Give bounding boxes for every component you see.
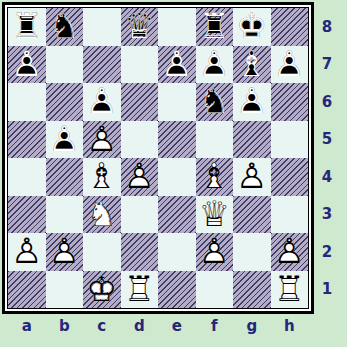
black-pawn-piece[interactable]: ♟♙ [8,46,46,84]
square-g4[interactable]: ♟♙ [233,158,271,196]
piece-outline-glyph: ♙ [46,233,84,271]
square-c6[interactable]: ♟♙ [83,83,121,121]
black-bishop-piece[interactable]: ♝♗ [233,46,271,84]
piece-outline-glyph: ♘ [196,83,234,121]
square-b3[interactable] [46,196,84,234]
square-f7[interactable]: ♟♙ [196,46,234,84]
white-rook-piece[interactable]: ♜♖ [271,271,309,309]
square-e4[interactable] [158,158,196,196]
piece-outline-glyph: ♙ [83,121,121,159]
square-b6[interactable] [46,83,84,121]
square-g5[interactable] [233,121,271,159]
rank-label-1: 1 [314,271,340,309]
square-a5[interactable] [8,121,46,159]
square-d2[interactable] [121,233,159,271]
square-f2[interactable]: ♟♙ [196,233,234,271]
chess-diagram: ♜♖♞♘♛♕♜♖♚♔♟♙♟♙♟♙♝♗♟♙♟♙♞♘♟♙♟♙♟♙♝♗♟♙♝♗♟♙♞♘… [0,0,347,347]
board-frame: ♜♖♞♘♛♕♜♖♚♔♟♙♟♙♟♙♝♗♟♙♟♙♞♘♟♙♟♙♟♙♝♗♟♙♝♗♟♙♞♘… [2,2,314,314]
black-rook-piece[interactable]: ♜♖ [8,8,46,46]
square-c8[interactable] [83,8,121,46]
square-h7[interactable]: ♟♙ [271,46,309,84]
piece-outline-glyph: ♙ [271,233,309,271]
file-label-d: d [121,312,159,340]
square-a4[interactable] [8,158,46,196]
rank-labels: 87654321 [314,8,340,308]
square-b4[interactable] [46,158,84,196]
piece-outline-glyph: ♔ [83,271,121,309]
piece-outline-glyph: ♕ [196,196,234,234]
square-h3[interactable] [271,196,309,234]
white-king-piece[interactable]: ♚♔ [83,271,121,309]
white-pawn-piece[interactable]: ♟♙ [196,233,234,271]
chess-board: ♜♖♞♘♛♕♜♖♚♔♟♙♟♙♟♙♝♗♟♙♟♙♞♘♟♙♟♙♟♙♝♗♟♙♝♗♟♙♞♘… [7,7,309,309]
black-knight-piece[interactable]: ♞♘ [196,83,234,121]
piece-outline-glyph: ♗ [233,46,271,84]
white-pawn-piece[interactable]: ♟♙ [8,233,46,271]
black-pawn-piece[interactable]: ♟♙ [46,121,84,159]
black-pawn-piece[interactable]: ♟♙ [196,46,234,84]
piece-outline-glyph: ♙ [83,83,121,121]
piece-outline-glyph: ♙ [233,158,271,196]
black-knight-piece[interactable]: ♞♘ [46,8,84,46]
square-h4[interactable] [271,158,309,196]
square-d3[interactable] [121,196,159,234]
white-rook-piece[interactable]: ♜♖ [121,271,159,309]
piece-outline-glyph: ♔ [233,8,271,46]
square-a8[interactable]: ♜♖ [8,8,46,46]
piece-outline-glyph: ♙ [8,46,46,84]
file-labels: abcdefgh [8,312,308,340]
square-f6[interactable]: ♞♘ [196,83,234,121]
square-g2[interactable] [233,233,271,271]
piece-outline-glyph: ♙ [158,46,196,84]
white-pawn-piece[interactable]: ♟♙ [121,158,159,196]
square-a1[interactable] [8,271,46,309]
file-label-a: a [8,312,46,340]
square-d5[interactable] [121,121,159,159]
rank-label-2: 2 [314,233,340,271]
square-g3[interactable] [233,196,271,234]
square-c4[interactable]: ♝♗ [83,158,121,196]
square-c2[interactable] [83,233,121,271]
piece-outline-glyph: ♖ [196,8,234,46]
square-h1[interactable]: ♜♖ [271,271,309,309]
piece-outline-glyph: ♙ [196,46,234,84]
piece-outline-glyph: ♙ [46,121,84,159]
square-g8[interactable]: ♚♔ [233,8,271,46]
piece-outline-glyph: ♖ [271,271,309,309]
piece-outline-glyph: ♙ [121,158,159,196]
square-d1[interactable]: ♜♖ [121,271,159,309]
square-e6[interactable] [158,83,196,121]
rank-label-4: 4 [314,158,340,196]
white-pawn-piece[interactable]: ♟♙ [46,233,84,271]
square-b8[interactable]: ♞♘ [46,8,84,46]
white-pawn-piece[interactable]: ♟♙ [233,158,271,196]
square-g7[interactable]: ♝♗ [233,46,271,84]
square-e7[interactable]: ♟♙ [158,46,196,84]
piece-outline-glyph: ♖ [8,8,46,46]
rank-label-8: 8 [314,8,340,46]
white-queen-piece[interactable]: ♛♕ [196,196,234,234]
piece-outline-glyph: ♕ [121,8,159,46]
square-f8[interactable]: ♜♖ [196,8,234,46]
white-pawn-piece[interactable]: ♟♙ [83,121,121,159]
piece-outline-glyph: ♖ [121,271,159,309]
piece-outline-glyph: ♙ [196,233,234,271]
black-pawn-piece[interactable]: ♟♙ [158,46,196,84]
square-e1[interactable] [158,271,196,309]
black-pawn-piece[interactable]: ♟♙ [233,83,271,121]
square-f1[interactable] [196,271,234,309]
square-c3[interactable]: ♞♘ [83,196,121,234]
square-h5[interactable] [271,121,309,159]
file-label-g: g [233,312,271,340]
square-b1[interactable] [46,271,84,309]
square-b7[interactable] [46,46,84,84]
square-a6[interactable] [8,83,46,121]
piece-outline-glyph: ♘ [83,196,121,234]
white-bishop-piece[interactable]: ♝♗ [83,158,121,196]
square-d6[interactable] [121,83,159,121]
square-b2[interactable]: ♟♙ [46,233,84,271]
square-b5[interactable]: ♟♙ [46,121,84,159]
square-g6[interactable]: ♟♙ [233,83,271,121]
square-a7[interactable]: ♟♙ [8,46,46,84]
rank-label-5: 5 [314,121,340,159]
piece-outline-glyph: ♙ [8,233,46,271]
black-queen-piece[interactable]: ♛♕ [121,8,159,46]
rank-label-3: 3 [314,196,340,234]
white-bishop-piece[interactable]: ♝♗ [196,158,234,196]
file-label-f: f [196,312,234,340]
rank-label-7: 7 [314,46,340,84]
white-knight-piece[interactable]: ♞♘ [83,196,121,234]
square-e5[interactable] [158,121,196,159]
square-h2[interactable]: ♟♙ [271,233,309,271]
square-f4[interactable]: ♝♗ [196,158,234,196]
square-c7[interactable] [83,46,121,84]
piece-outline-glyph: ♘ [46,8,84,46]
piece-outline-glyph: ♙ [233,83,271,121]
square-c5[interactable]: ♟♙ [83,121,121,159]
rank-label-6: 6 [314,83,340,121]
black-king-piece[interactable]: ♚♔ [233,8,271,46]
piece-outline-glyph: ♙ [271,46,309,84]
square-d4[interactable]: ♟♙ [121,158,159,196]
square-c1[interactable]: ♚♔ [83,271,121,309]
square-e2[interactable] [158,233,196,271]
square-d8[interactable]: ♛♕ [121,8,159,46]
file-label-h: h [271,312,309,340]
black-rook-piece[interactable]: ♜♖ [196,8,234,46]
square-g1[interactable] [233,271,271,309]
square-h6[interactable] [271,83,309,121]
piece-outline-glyph: ♗ [83,158,121,196]
square-h8[interactable] [271,8,309,46]
square-e3[interactable] [158,196,196,234]
file-label-b: b [46,312,84,340]
square-f3[interactable]: ♛♕ [196,196,234,234]
square-d7[interactable] [121,46,159,84]
black-pawn-piece[interactable]: ♟♙ [83,83,121,121]
square-e8[interactable] [158,8,196,46]
square-a2[interactable]: ♟♙ [8,233,46,271]
square-f5[interactable] [196,121,234,159]
file-label-c: c [83,312,121,340]
black-pawn-piece[interactable]: ♟♙ [271,46,309,84]
square-a3[interactable] [8,196,46,234]
piece-outline-glyph: ♗ [196,158,234,196]
file-label-e: e [158,312,196,340]
white-pawn-piece[interactable]: ♟♙ [271,233,309,271]
